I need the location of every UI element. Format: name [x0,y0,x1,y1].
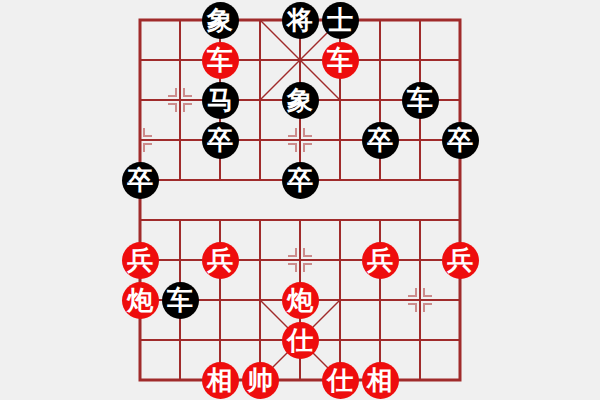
piece-black-pawn[interactable]: 卒 [202,122,239,159]
xiangqi-board-screenshot: 象将士车车马象车卒卒卒卒卒兵兵兵兵炮车炮仕相帅仕相 [0,0,600,400]
piece-black-chariot[interactable]: 车 [162,282,199,319]
piece-red-advisor[interactable]: 仕 [322,362,359,399]
piece-black-elephant[interactable]: 象 [202,2,239,39]
piece-red-pawn[interactable]: 兵 [122,242,159,279]
piece-red-chariot[interactable]: 车 [202,42,239,79]
piece-red-pawn[interactable]: 兵 [362,242,399,279]
piece-black-horse[interactable]: 马 [202,82,239,119]
piece-black-pawn[interactable]: 卒 [122,162,159,199]
piece-red-elephant[interactable]: 相 [362,362,399,399]
piece-black-elephant[interactable]: 象 [282,82,319,119]
piece-red-chariot[interactable]: 车 [322,42,359,79]
piece-black-advisor[interactable]: 士 [322,2,359,39]
piece-black-general[interactable]: 将 [282,2,319,39]
piece-black-pawn[interactable]: 卒 [362,122,399,159]
piece-red-elephant[interactable]: 相 [202,362,239,399]
pieces-layer: 象将士车车马象车卒卒卒卒卒兵兵兵兵炮车炮仕相帅仕相 [0,0,600,400]
piece-red-cannon[interactable]: 炮 [122,282,159,319]
piece-black-chariot[interactable]: 车 [402,82,439,119]
piece-red-cannon[interactable]: 炮 [282,282,319,319]
piece-red-advisor[interactable]: 仕 [282,322,319,359]
piece-red-pawn[interactable]: 兵 [202,242,239,279]
piece-black-pawn[interactable]: 卒 [442,122,479,159]
piece-red-king[interactable]: 帅 [242,362,279,399]
piece-black-pawn[interactable]: 卒 [282,162,319,199]
piece-red-pawn[interactable]: 兵 [442,242,479,279]
